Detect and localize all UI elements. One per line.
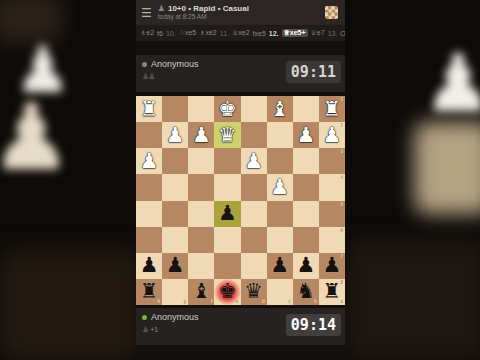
square-g8[interactable]: g <box>162 279 188 305</box>
square-d7[interactable] <box>241 253 267 279</box>
move-number[interactable]: 12. <box>269 30 279 37</box>
bottom-status-dot <box>142 315 147 320</box>
rank-coordinate: 1 <box>340 97 343 102</box>
square-c2[interactable] <box>267 122 293 148</box>
square-e8[interactable]: ♚e <box>214 279 240 305</box>
piece-bP[interactable]: ♟ <box>162 253 188 279</box>
rank-coordinate: 5 <box>340 202 343 207</box>
square-b3[interactable] <box>293 148 319 174</box>
square-e1[interactable]: ♚ <box>214 96 240 122</box>
game-header: ♟ 10+0 • Rapid • Casual today at 8:25 AM <box>158 4 249 21</box>
square-h4[interactable] <box>136 174 162 200</box>
square-g1[interactable] <box>162 96 188 122</box>
square-d1[interactable] <box>241 96 267 122</box>
blur-blob <box>414 122 480 214</box>
square-f5[interactable] <box>188 201 214 227</box>
square-a8[interactable]: ♜8a <box>319 279 345 305</box>
hamburger-menu-icon[interactable]: ☰ <box>141 6 152 20</box>
square-h5[interactable] <box>136 201 162 227</box>
blurred-pawn-icon <box>422 44 480 124</box>
piece-wQ[interactable]: ♛ <box>214 122 240 148</box>
piece-bP[interactable]: ♟ <box>267 253 293 279</box>
move-list[interactable]: ♗e2f610.♘xe5♗xe211.♕xe2fxe512.♕xe5+♕e713… <box>136 25 345 41</box>
square-d5[interactable] <box>241 201 267 227</box>
rank-coordinate: 8 <box>340 280 343 285</box>
square-d3[interactable]: ♟ <box>241 148 267 174</box>
square-c7[interactable]: ♟ <box>267 253 293 279</box>
player-row-bottom: Anonymous ♟ +1 09:14 <box>136 308 345 345</box>
rank-coordinate: 7 <box>340 254 343 259</box>
bottom-player-name[interactable]: Anonymous <box>151 312 199 322</box>
square-b7[interactable]: ♟ <box>293 253 319 279</box>
file-coordinate: f <box>211 299 213 304</box>
square-e4[interactable] <box>214 174 240 200</box>
pillarbox-left <box>0 0 136 360</box>
square-f8[interactable]: ♝f <box>188 279 214 305</box>
square-c5[interactable] <box>267 201 293 227</box>
square-g4[interactable] <box>162 174 188 200</box>
piece-wK[interactable]: ♚ <box>214 96 240 122</box>
square-a4[interactable]: 4 <box>319 174 345 200</box>
bottom-player-clock: 09:14 <box>286 314 341 336</box>
piece-bP[interactable]: ♟ <box>214 201 240 227</box>
square-h3[interactable]: ♟ <box>136 148 162 174</box>
square-b6[interactable] <box>293 227 319 253</box>
square-f2[interactable]: ♟ <box>188 122 214 148</box>
pillarbox-right <box>345 0 480 360</box>
move[interactable]: ♕xe2 <box>232 29 250 37</box>
square-f4[interactable] <box>188 174 214 200</box>
game-date: today at 8:25 AM <box>158 13 249 20</box>
move[interactable]: ♗e2 <box>140 29 154 37</box>
square-d6[interactable] <box>241 227 267 253</box>
square-a3[interactable]: 3 <box>319 148 345 174</box>
piece-wP[interactable]: ♟ <box>188 122 214 148</box>
app-screen: ☰ ♟ 10+0 • Rapid • Casual today at 8:25 … <box>136 0 345 360</box>
file-coordinate: b <box>314 299 317 304</box>
file-coordinate: a <box>340 299 343 304</box>
analysis-board-icon[interactable] <box>325 6 338 19</box>
square-e3[interactable] <box>214 148 240 174</box>
square-h6[interactable] <box>136 227 162 253</box>
piece-wR[interactable]: ♜ <box>136 96 162 122</box>
piece-wP[interactable]: ♟ <box>162 122 188 148</box>
rapid-perf-icon: ♟ <box>158 4 165 13</box>
piece-bP[interactable]: ♟ <box>136 253 162 279</box>
square-c4[interactable]: ♟ <box>267 174 293 200</box>
rank-coordinate: 6 <box>340 228 343 233</box>
top-status-dot <box>142 62 147 67</box>
rank-coordinate: 4 <box>340 175 343 180</box>
square-g5[interactable] <box>162 201 188 227</box>
square-g6[interactable] <box>162 227 188 253</box>
square-a6[interactable]: 6 <box>319 227 345 253</box>
blur-blob <box>0 250 136 360</box>
square-d2[interactable] <box>241 122 267 148</box>
square-c6[interactable] <box>267 227 293 253</box>
square-e2[interactable]: ♛ <box>214 122 240 148</box>
square-b5[interactable] <box>293 201 319 227</box>
move-number[interactable]: 13. <box>328 30 338 37</box>
square-h7[interactable]: ♟ <box>136 253 162 279</box>
move[interactable]: f6 <box>157 30 163 37</box>
square-h2[interactable] <box>136 122 162 148</box>
file-coordinate: h <box>157 299 160 304</box>
square-a1[interactable]: ♜1 <box>319 96 345 122</box>
move[interactable]: ♕e7 <box>311 29 325 37</box>
move[interactable]: O-O <box>340 30 345 37</box>
square-c3[interactable] <box>267 148 293 174</box>
bottom-material-diff: +1 <box>150 326 158 333</box>
top-app-bar: ☰ ♟ 10+0 • Rapid • Casual today at 8:25 … <box>136 0 345 25</box>
piece-wP[interactable]: ♟ <box>267 174 293 200</box>
square-a2[interactable]: ♟2 <box>319 122 345 148</box>
player-row-top: Anonymous ♟♟ 09:11 <box>136 55 345 92</box>
file-coordinate: e <box>236 299 239 304</box>
piece-wB[interactable]: ♝ <box>267 96 293 122</box>
square-f6[interactable] <box>188 227 214 253</box>
square-e6[interactable] <box>214 227 240 253</box>
square-f1[interactable] <box>188 96 214 122</box>
square-b2[interactable]: ♟ <box>293 122 319 148</box>
square-f3[interactable] <box>188 148 214 174</box>
piece-bP[interactable]: ♟ <box>293 253 319 279</box>
square-b4[interactable] <box>293 174 319 200</box>
file-coordinate: g <box>184 299 187 304</box>
blur-blob <box>345 240 480 360</box>
file-coordinate: d <box>262 299 265 304</box>
chess-board[interactable]: ♜♚♝♜1♟♟♛♟♟2♟♟3♟4♟56♟♟♟♟♟7♜hg♝f♚e♛dc♞b♜8a <box>136 96 345 305</box>
square-c8[interactable]: c <box>267 279 293 305</box>
piece-wP[interactable]: ♟ <box>241 148 267 174</box>
move-number[interactable]: 10. <box>166 30 176 37</box>
square-f7[interactable] <box>188 253 214 279</box>
bottom-captured-pieces-icons: ♟ <box>142 325 148 334</box>
rank-coordinate: 2 <box>340 123 343 128</box>
square-a5[interactable]: 5 <box>319 201 345 227</box>
square-c1[interactable]: ♝ <box>267 96 293 122</box>
square-e7[interactable] <box>214 253 240 279</box>
square-a7[interactable]: ♟7 <box>319 253 345 279</box>
file-coordinate: c <box>288 299 291 304</box>
square-h1[interactable]: ♜ <box>136 96 162 122</box>
square-g2[interactable]: ♟ <box>162 122 188 148</box>
square-b8[interactable]: ♞b <box>293 279 319 305</box>
square-g3[interactable] <box>162 148 188 174</box>
square-g7[interactable]: ♟ <box>162 253 188 279</box>
top-captured-pieces-icons: ♟♟ <box>142 72 154 81</box>
video-frame: ☰ ♟ 10+0 • Rapid • Casual today at 8:25 … <box>0 0 480 360</box>
top-player-clock: 09:11 <box>286 61 341 83</box>
move[interactable]: fxe5 <box>253 30 266 37</box>
square-h8[interactable]: ♜h <box>136 279 162 305</box>
rank-coordinate: 3 <box>340 149 343 154</box>
blurred-pawn-icon <box>0 92 72 184</box>
move[interactable]: ♕xe5+ <box>282 29 308 37</box>
game-title: 10+0 • Rapid • Casual <box>168 4 249 13</box>
square-b1[interactable] <box>293 96 319 122</box>
square-d8[interactable]: ♛d <box>241 279 267 305</box>
move-number[interactable]: 11. <box>220 30 229 37</box>
square-e5[interactable]: ♟ <box>214 201 240 227</box>
piece-wP[interactable]: ♟ <box>293 122 319 148</box>
top-player-name[interactable]: Anonymous <box>151 59 199 69</box>
piece-wP[interactable]: ♟ <box>136 148 162 174</box>
square-d4[interactable] <box>241 174 267 200</box>
move[interactable]: ♗xe2 <box>199 29 217 37</box>
move[interactable]: ♘xe5 <box>179 29 197 37</box>
